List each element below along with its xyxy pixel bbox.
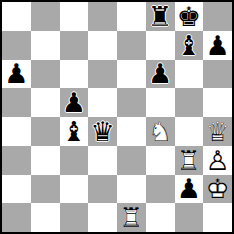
square-h5[interactable]: [203, 88, 232, 117]
square-c1[interactable]: [60, 203, 89, 232]
square-h6[interactable]: [203, 60, 232, 89]
square-e2[interactable]: [117, 175, 146, 204]
square-f8[interactable]: ♜: [146, 2, 175, 31]
square-h2[interactable]: ♚♔: [203, 175, 232, 204]
square-e7[interactable]: [117, 31, 146, 60]
piece-black-pawn-icon: ♟: [146, 60, 175, 89]
square-d8[interactable]: [88, 2, 117, 31]
piece-black-queen-icon: ♛: [88, 117, 117, 146]
square-g2[interactable]: ♟: [175, 175, 204, 204]
square-d2[interactable]: [88, 175, 117, 204]
square-c7[interactable]: [60, 31, 89, 60]
square-d6[interactable]: [88, 60, 117, 89]
square-d5[interactable]: [88, 88, 117, 117]
piece-white-rook-icon: ♜♖: [175, 146, 204, 175]
square-b8[interactable]: [31, 2, 60, 31]
square-c4[interactable]: ♝: [60, 117, 89, 146]
square-e3[interactable]: [117, 146, 146, 175]
square-b5[interactable]: [31, 88, 60, 117]
square-b7[interactable]: [31, 31, 60, 60]
square-g6[interactable]: [175, 60, 204, 89]
piece-white-rook-icon: ♜♖: [117, 203, 146, 232]
square-a4[interactable]: [2, 117, 31, 146]
square-d4[interactable]: ♛: [88, 117, 117, 146]
square-f6[interactable]: ♟: [146, 60, 175, 89]
square-a8[interactable]: [2, 2, 31, 31]
square-f4[interactable]: ♞♘: [146, 117, 175, 146]
square-g5[interactable]: [175, 88, 204, 117]
square-b3[interactable]: [31, 146, 60, 175]
square-e4[interactable]: [117, 117, 146, 146]
square-f3[interactable]: [146, 146, 175, 175]
piece-white-king-icon: ♚♔: [203, 175, 232, 204]
piece-black-bishop-icon: ♝: [175, 31, 204, 60]
square-d3[interactable]: [88, 146, 117, 175]
piece-white-knight-icon: ♞♘: [146, 117, 175, 146]
square-e5[interactable]: [117, 88, 146, 117]
square-c2[interactable]: [60, 175, 89, 204]
square-d1[interactable]: [88, 203, 117, 232]
square-c3[interactable]: [60, 146, 89, 175]
square-g3[interactable]: ♜♖: [175, 146, 204, 175]
square-g7[interactable]: ♝: [175, 31, 204, 60]
square-e1[interactable]: ♜♖: [117, 203, 146, 232]
piece-black-pawn-icon: ♟: [2, 60, 31, 89]
chess-board-frame: ♜♚♝♟♟♟♟♝♛♞♘♛♕♜♖♟♙♟♚♔♜♖: [0, 0, 234, 234]
piece-white-queen-icon: ♛♕: [203, 117, 232, 146]
square-c5[interactable]: ♟: [60, 88, 89, 117]
piece-white-pawn-icon: ♟♙: [203, 146, 232, 175]
piece-black-rook-icon: ♜: [146, 2, 175, 31]
square-h7[interactable]: ♟: [203, 31, 232, 60]
square-a7[interactable]: [2, 31, 31, 60]
square-e8[interactable]: [117, 2, 146, 31]
square-b2[interactable]: [31, 175, 60, 204]
piece-black-pawn-icon: ♟: [60, 88, 89, 117]
square-a5[interactable]: [2, 88, 31, 117]
piece-black-pawn-icon: ♟: [175, 175, 204, 204]
square-g8[interactable]: ♚: [175, 2, 204, 31]
square-h4[interactable]: ♛♕: [203, 117, 232, 146]
square-b1[interactable]: [31, 203, 60, 232]
square-a6[interactable]: ♟: [2, 60, 31, 89]
square-a2[interactable]: [2, 175, 31, 204]
square-b4[interactable]: [31, 117, 60, 146]
square-g1[interactable]: [175, 203, 204, 232]
square-f1[interactable]: [146, 203, 175, 232]
square-c6[interactable]: [60, 60, 89, 89]
square-a1[interactable]: [2, 203, 31, 232]
square-h3[interactable]: ♟♙: [203, 146, 232, 175]
piece-black-king-icon: ♚: [175, 2, 204, 31]
square-g4[interactable]: [175, 117, 204, 146]
square-f5[interactable]: [146, 88, 175, 117]
square-d7[interactable]: [88, 31, 117, 60]
square-b6[interactable]: [31, 60, 60, 89]
square-a3[interactable]: [2, 146, 31, 175]
square-c8[interactable]: [60, 2, 89, 31]
piece-black-pawn-icon: ♟: [203, 31, 232, 60]
square-f2[interactable]: [146, 175, 175, 204]
square-e6[interactable]: [117, 60, 146, 89]
square-h8[interactable]: [203, 2, 232, 31]
piece-black-bishop-icon: ♝: [60, 117, 89, 146]
square-f7[interactable]: [146, 31, 175, 60]
chess-board: ♜♚♝♟♟♟♟♝♛♞♘♛♕♜♖♟♙♟♚♔♜♖: [2, 2, 232, 232]
square-h1[interactable]: [203, 203, 232, 232]
